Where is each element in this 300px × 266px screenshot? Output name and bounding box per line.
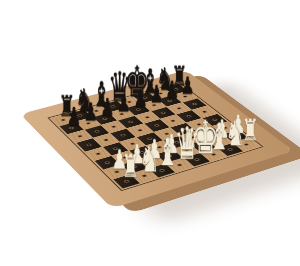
piece-black-pawn: ♟ (180, 74, 191, 98)
piece-black-rook: ♜ (58, 92, 70, 120)
piece-black-knight: ♞ (156, 63, 167, 94)
piece-white-rook: ♜ (241, 116, 253, 146)
square-b6 (85, 125, 109, 137)
square-a1: ♜ (113, 174, 140, 188)
square-g1: ♞ (217, 143, 243, 156)
chess-set-product-photo: ♜♞♝♛♚♝♞♜♟♟♟♟♟♟♟♟♟♟♟♟♟♟♟♟♜♞♝♛♚♝♞♜ (0, 0, 300, 266)
piece-black-knight: ♞ (75, 84, 87, 116)
board-grid: ♜♞♝♛♚♝♞♜♟♟♟♟♟♟♟♟♟♟♟♟♟♟♟♟♜♞♝♛♚♝♞♜ (47, 82, 263, 191)
chess-board: ♜♞♝♛♚♝♞♜♟♟♟♟♟♟♟♟♟♟♟♟♟♟♟♟♜♞♝♛♚♝♞♜ (20, 70, 293, 208)
piece-black-rook: ♜ (171, 63, 182, 90)
piece-white-pawn: ♟ (230, 112, 242, 137)
piece-black-bishop: ♝ (92, 78, 104, 112)
